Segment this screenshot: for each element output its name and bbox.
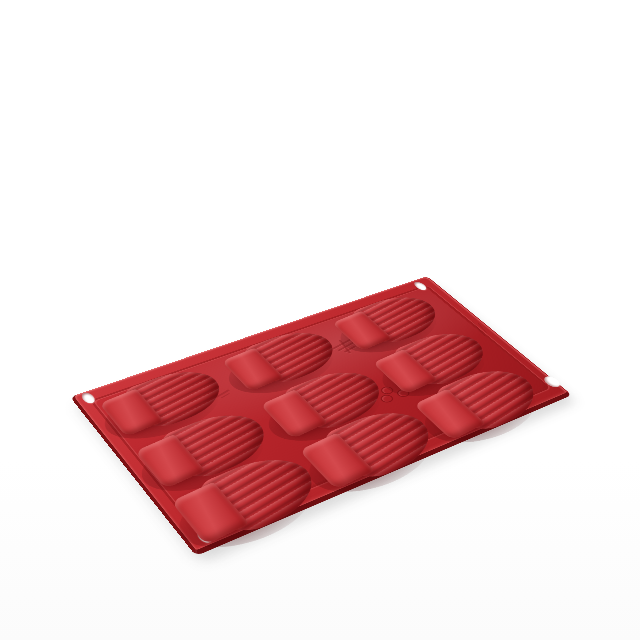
silicone-madeleine-mould [70, 276, 572, 556]
product-photo-scene [0, 0, 640, 640]
